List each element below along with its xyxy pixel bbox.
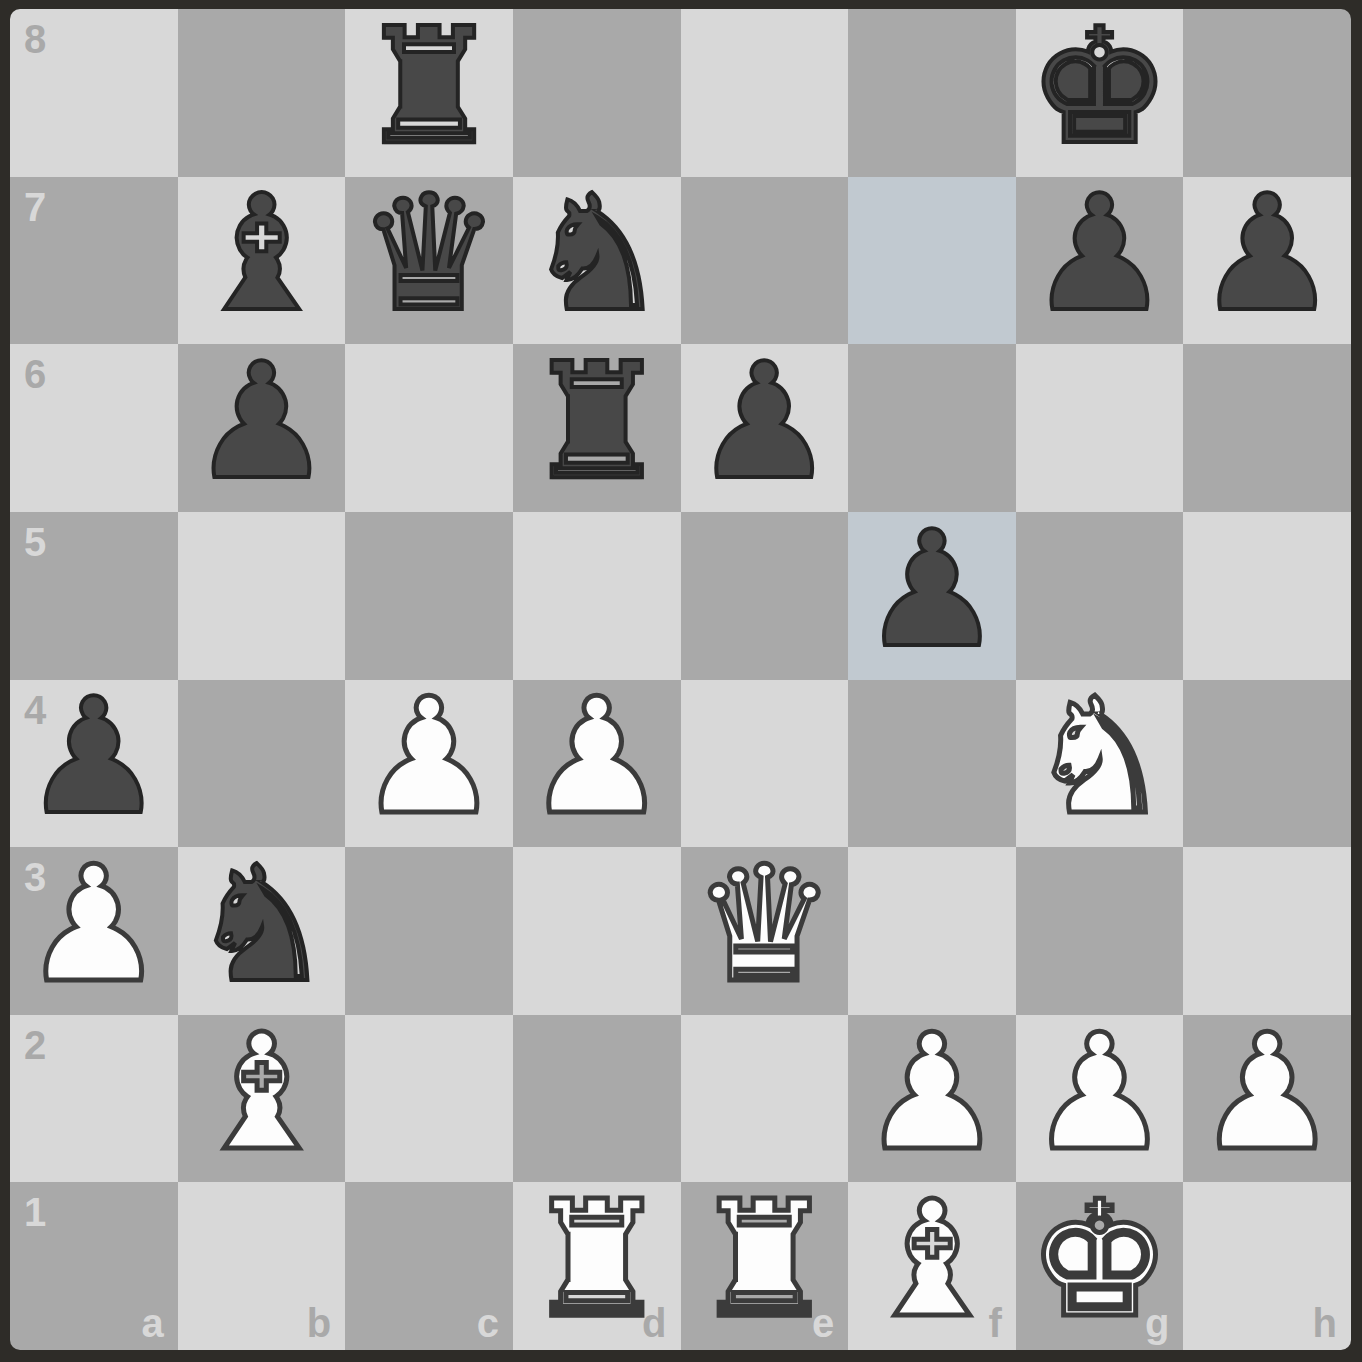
square-f2[interactable]: ♟ (848, 1015, 1016, 1183)
square-d8[interactable] (513, 9, 681, 177)
black-pawn[interactable]: ♟ (860, 510, 1003, 670)
square-h6[interactable] (1183, 344, 1351, 512)
white-pawn[interactable]: ♟ (1195, 1013, 1338, 1173)
square-d7[interactable]: ♞ (513, 177, 681, 345)
square-a4[interactable]: 4♟ (10, 680, 178, 848)
black-pawn[interactable]: ♟ (1028, 174, 1171, 334)
white-pawn[interactable]: ♟ (525, 677, 668, 837)
black-pawn[interactable]: ♟ (1195, 174, 1338, 334)
square-c2[interactable] (345, 1015, 513, 1183)
square-c5[interactable] (345, 512, 513, 680)
square-b8[interactable] (178, 9, 346, 177)
white-knight[interactable]: ♞ (1028, 677, 1171, 837)
file-label-h: h (1313, 1301, 1337, 1346)
black-rook[interactable]: ♜ (525, 342, 668, 502)
black-pawn[interactable]: ♟ (693, 342, 836, 502)
square-e7[interactable] (681, 177, 849, 345)
square-f7[interactable] (848, 177, 1016, 345)
square-e2[interactable] (681, 1015, 849, 1183)
square-c1[interactable]: c (345, 1182, 513, 1350)
square-h3[interactable] (1183, 847, 1351, 1015)
square-d6[interactable]: ♜ (513, 344, 681, 512)
square-h4[interactable] (1183, 680, 1351, 848)
square-g4[interactable]: ♞ (1016, 680, 1184, 848)
black-king[interactable]: ♚ (1028, 9, 1171, 167)
black-queen[interactable]: ♛ (357, 174, 500, 334)
square-c3[interactable] (345, 847, 513, 1015)
board-frame: 8♜♚7♝♛♞♟♟6♟♜♟5♟4♟♟♟♞3♟♞♛2♝♟♟♟1abcd♜e♜f♝g… (0, 0, 1362, 1362)
square-b4[interactable] (178, 680, 346, 848)
square-d1[interactable]: d♜ (513, 1182, 681, 1350)
square-g2[interactable]: ♟ (1016, 1015, 1184, 1183)
black-pawn[interactable]: ♟ (190, 342, 333, 502)
white-pawn[interactable]: ♟ (22, 845, 165, 1005)
square-d2[interactable] (513, 1015, 681, 1183)
square-a2[interactable]: 2 (10, 1015, 178, 1183)
square-d5[interactable] (513, 512, 681, 680)
square-f6[interactable] (848, 344, 1016, 512)
square-a6[interactable]: 6 (10, 344, 178, 512)
square-e6[interactable]: ♟ (681, 344, 849, 512)
square-f5[interactable]: ♟ (848, 512, 1016, 680)
square-b3[interactable]: ♞ (178, 847, 346, 1015)
file-label-b: b (307, 1301, 331, 1346)
white-king[interactable]: ♚ (1028, 1180, 1171, 1340)
rank-label-1: 1 (24, 1190, 46, 1235)
square-g6[interactable] (1016, 344, 1184, 512)
square-e1[interactable]: e♜ (681, 1182, 849, 1350)
square-f3[interactable] (848, 847, 1016, 1015)
square-h5[interactable] (1183, 512, 1351, 680)
white-pawn[interactable]: ♟ (1028, 1013, 1171, 1173)
square-b2[interactable]: ♝ (178, 1015, 346, 1183)
square-h2[interactable]: ♟ (1183, 1015, 1351, 1183)
square-e8[interactable] (681, 9, 849, 177)
white-bishop[interactable]: ♝ (860, 1180, 1003, 1340)
square-b5[interactable] (178, 512, 346, 680)
black-knight[interactable]: ♞ (525, 174, 668, 334)
square-a7[interactable]: 7 (10, 177, 178, 345)
square-c8[interactable]: ♜ (345, 9, 513, 177)
black-knight[interactable]: ♞ (190, 845, 333, 1005)
square-g3[interactable] (1016, 847, 1184, 1015)
rank-label-7: 7 (24, 185, 46, 230)
file-label-a: a (141, 1301, 163, 1346)
square-b7[interactable]: ♝ (178, 177, 346, 345)
file-label-c: c (477, 1301, 499, 1346)
square-b1[interactable]: b (178, 1182, 346, 1350)
square-b6[interactable]: ♟ (178, 344, 346, 512)
white-pawn[interactable]: ♟ (860, 1013, 1003, 1173)
black-bishop[interactable]: ♝ (190, 174, 333, 334)
rank-label-5: 5 (24, 520, 46, 565)
white-pawn[interactable]: ♟ (357, 677, 500, 837)
square-c4[interactable]: ♟ (345, 680, 513, 848)
white-bishop[interactable]: ♝ (190, 1013, 333, 1173)
square-e4[interactable] (681, 680, 849, 848)
square-e5[interactable] (681, 512, 849, 680)
square-c6[interactable] (345, 344, 513, 512)
square-a3[interactable]: 3♟ (10, 847, 178, 1015)
chess-board: 8♜♚7♝♛♞♟♟6♟♜♟5♟4♟♟♟♞3♟♞♛2♝♟♟♟1abcd♜e♜f♝g… (10, 9, 1351, 1350)
square-h8[interactable] (1183, 9, 1351, 177)
square-f8[interactable] (848, 9, 1016, 177)
square-h7[interactable]: ♟ (1183, 177, 1351, 345)
square-d3[interactable] (513, 847, 681, 1015)
white-queen[interactable]: ♛ (693, 845, 836, 1005)
white-rook[interactable]: ♜ (693, 1180, 836, 1340)
square-h1[interactable]: h (1183, 1182, 1351, 1350)
rank-label-8: 8 (24, 17, 46, 62)
square-c7[interactable]: ♛ (345, 177, 513, 345)
rank-label-2: 2 (24, 1023, 46, 1068)
black-pawn[interactable]: ♟ (22, 677, 165, 837)
square-f4[interactable] (848, 680, 1016, 848)
square-g1[interactable]: g♚ (1016, 1182, 1184, 1350)
rank-label-6: 6 (24, 352, 46, 397)
square-d4[interactable]: ♟ (513, 680, 681, 848)
square-a1[interactable]: 1a (10, 1182, 178, 1350)
square-f1[interactable]: f♝ (848, 1182, 1016, 1350)
square-e3[interactable]: ♛ (681, 847, 849, 1015)
white-rook[interactable]: ♜ (525, 1180, 668, 1340)
square-g5[interactable] (1016, 512, 1184, 680)
square-g8[interactable]: ♚ (1016, 9, 1184, 177)
square-a5[interactable]: 5 (10, 512, 178, 680)
square-g7[interactable]: ♟ (1016, 177, 1184, 345)
square-a8[interactable]: 8 (10, 9, 178, 177)
black-rook[interactable]: ♜ (357, 9, 500, 167)
